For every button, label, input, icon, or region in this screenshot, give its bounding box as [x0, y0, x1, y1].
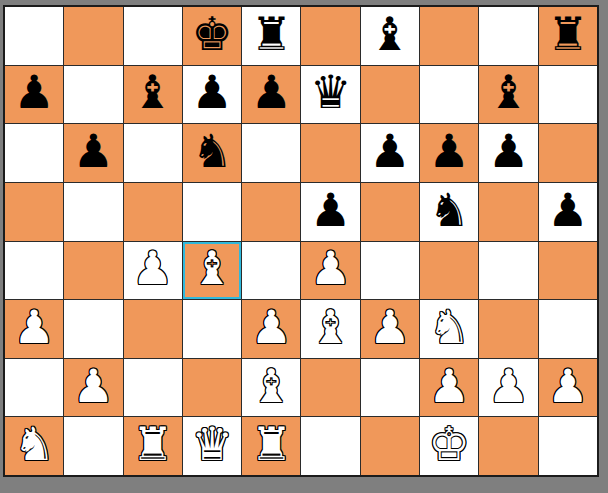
- square-b2[interactable]: ♟: [64, 359, 122, 417]
- square-e2[interactable]: ♝: [242, 359, 300, 417]
- white-pawn-piece[interactable]: ♟: [251, 304, 292, 350]
- square-d8[interactable]: ♚: [183, 7, 241, 65]
- square-i2[interactable]: ♟: [479, 359, 537, 417]
- square-e7[interactable]: ♟: [242, 66, 300, 124]
- square-b7[interactable]: [64, 66, 122, 124]
- square-a5[interactable]: [5, 183, 63, 241]
- square-h6[interactable]: ♟: [420, 124, 478, 182]
- square-c3[interactable]: [124, 300, 182, 358]
- square-h7[interactable]: [420, 66, 478, 124]
- square-c8[interactable]: [124, 7, 182, 65]
- square-c7[interactable]: ♝: [124, 66, 182, 124]
- square-f7[interactable]: ♛: [301, 66, 359, 124]
- square-a4[interactable]: [5, 242, 63, 300]
- white-bishop-piece[interactable]: ♝: [251, 363, 292, 409]
- square-a8[interactable]: [5, 7, 63, 65]
- white-queen-piece[interactable]: ♛: [191, 421, 232, 467]
- square-b8[interactable]: [64, 7, 122, 65]
- square-h4[interactable]: [420, 242, 478, 300]
- square-i4[interactable]: [479, 242, 537, 300]
- square-j6[interactable]: [539, 124, 597, 182]
- square-d2[interactable]: [183, 359, 241, 417]
- square-f1[interactable]: [301, 417, 359, 475]
- square-d3[interactable]: [183, 300, 241, 358]
- white-rook-piece[interactable]: ♜: [132, 421, 173, 467]
- square-g4[interactable]: [361, 242, 419, 300]
- square-e4[interactable]: [242, 242, 300, 300]
- square-g1[interactable]: [361, 417, 419, 475]
- black-bishop-piece[interactable]: ♝: [132, 69, 173, 115]
- square-g6[interactable]: ♟: [361, 124, 419, 182]
- square-f4[interactable]: ♟: [301, 242, 359, 300]
- black-pawn-piece[interactable]: ♟: [488, 128, 529, 174]
- square-d5[interactable]: [183, 183, 241, 241]
- square-h1[interactable]: ♚: [420, 417, 478, 475]
- square-g2[interactable]: [361, 359, 419, 417]
- square-g5[interactable]: [361, 183, 419, 241]
- black-rook-piece[interactable]: ♜: [251, 11, 292, 57]
- black-knight-piece[interactable]: ♞: [191, 128, 232, 174]
- black-bishop-piece[interactable]: ♝: [369, 11, 410, 57]
- square-j4[interactable]: [539, 242, 597, 300]
- black-pawn-piece[interactable]: ♟: [429, 128, 470, 174]
- white-pawn-piece[interactable]: ♟: [547, 363, 588, 409]
- square-j7[interactable]: [539, 66, 597, 124]
- white-knight-piece[interactable]: ♞: [429, 304, 470, 350]
- white-pawn-piece[interactable]: ♟: [132, 245, 173, 291]
- square-b5[interactable]: [64, 183, 122, 241]
- black-pawn-piece[interactable]: ♟: [547, 187, 588, 233]
- square-i6[interactable]: ♟: [479, 124, 537, 182]
- black-queen-piece[interactable]: ♛: [310, 69, 351, 115]
- square-j1[interactable]: [539, 417, 597, 475]
- square-f3[interactable]: ♝: [301, 300, 359, 358]
- square-a3[interactable]: ♟: [5, 300, 63, 358]
- square-a2[interactable]: [5, 359, 63, 417]
- square-e5[interactable]: [242, 183, 300, 241]
- square-h8[interactable]: [420, 7, 478, 65]
- square-d6[interactable]: ♞: [183, 124, 241, 182]
- black-pawn-piece[interactable]: ♟: [369, 128, 410, 174]
- black-pawn-piece[interactable]: ♟: [310, 187, 351, 233]
- square-i1[interactable]: [479, 417, 537, 475]
- square-a6[interactable]: [5, 124, 63, 182]
- white-bishop-piece[interactable]: ♝: [191, 245, 232, 291]
- white-knight-piece[interactable]: ♞: [14, 421, 55, 467]
- square-b1[interactable]: [64, 417, 122, 475]
- square-e8[interactable]: ♜: [242, 7, 300, 65]
- black-king-piece[interactable]: ♚: [191, 11, 232, 57]
- square-e1[interactable]: ♜: [242, 417, 300, 475]
- black-pawn-piece[interactable]: ♟: [251, 69, 292, 115]
- white-pawn-piece[interactable]: ♟: [488, 363, 529, 409]
- black-pawn-piece[interactable]: ♟: [191, 69, 232, 115]
- white-pawn-piece[interactable]: ♟: [73, 363, 114, 409]
- square-d7[interactable]: ♟: [183, 66, 241, 124]
- square-c6[interactable]: [124, 124, 182, 182]
- square-b6[interactable]: ♟: [64, 124, 122, 182]
- square-e3[interactable]: ♟: [242, 300, 300, 358]
- square-a7[interactable]: ♟: [5, 66, 63, 124]
- square-j8[interactable]: ♜: [539, 7, 597, 65]
- square-d1[interactable]: ♛: [183, 417, 241, 475]
- square-c5[interactable]: [124, 183, 182, 241]
- square-a1[interactable]: ♞: [5, 417, 63, 475]
- square-i7[interactable]: ♝: [479, 66, 537, 124]
- square-f2[interactable]: [301, 359, 359, 417]
- square-h2[interactable]: ♟: [420, 359, 478, 417]
- black-knight-piece[interactable]: ♞: [429, 187, 470, 233]
- square-e6[interactable]: [242, 124, 300, 182]
- white-king-piece[interactable]: ♚: [429, 421, 470, 467]
- square-c2[interactable]: [124, 359, 182, 417]
- chess-board: ♚♜♝♜♟♝♟♟♛♝♟♞♟♟♟♟♞♟♟♝♟♟♟♝♟♞♟♝♟♟♟♞♜♛♜♚: [3, 5, 599, 477]
- square-f6[interactable]: [301, 124, 359, 182]
- square-c4[interactable]: ♟: [124, 242, 182, 300]
- square-i3[interactable]: [479, 300, 537, 358]
- square-f8[interactable]: [301, 7, 359, 65]
- square-i5[interactable]: [479, 183, 537, 241]
- white-pawn-piece[interactable]: ♟: [429, 363, 470, 409]
- square-g3[interactable]: ♟: [361, 300, 419, 358]
- square-j2[interactable]: ♟: [539, 359, 597, 417]
- black-pawn-piece[interactable]: ♟: [14, 69, 55, 115]
- square-h5[interactable]: ♞: [420, 183, 478, 241]
- square-b3[interactable]: [64, 300, 122, 358]
- square-g8[interactable]: ♝: [361, 7, 419, 65]
- square-j5[interactable]: ♟: [539, 183, 597, 241]
- square-h3[interactable]: ♞: [420, 300, 478, 358]
- square-i8[interactable]: [479, 7, 537, 65]
- white-pawn-piece[interactable]: ♟: [310, 245, 351, 291]
- white-bishop-piece[interactable]: ♝: [310, 304, 351, 350]
- black-rook-piece[interactable]: ♜: [547, 11, 588, 57]
- black-pawn-piece[interactable]: ♟: [73, 128, 114, 174]
- square-f5[interactable]: ♟: [301, 183, 359, 241]
- white-pawn-piece[interactable]: ♟: [369, 304, 410, 350]
- square-c1[interactable]: ♜: [124, 417, 182, 475]
- black-bishop-piece[interactable]: ♝: [488, 69, 529, 115]
- square-g7[interactable]: [361, 66, 419, 124]
- white-pawn-piece[interactable]: ♟: [14, 304, 55, 350]
- square-b4[interactable]: [64, 242, 122, 300]
- square-j3[interactable]: [539, 300, 597, 358]
- square-d4[interactable]: ♝: [183, 242, 241, 300]
- app-window: ♚♜♝♜♟♝♟♟♛♝♟♞♟♟♟♟♞♟♟♝♟♟♟♝♟♞♟♝♟♟♟♞♜♛♜♚: [0, 0, 608, 493]
- white-rook-piece[interactable]: ♜: [251, 421, 292, 467]
